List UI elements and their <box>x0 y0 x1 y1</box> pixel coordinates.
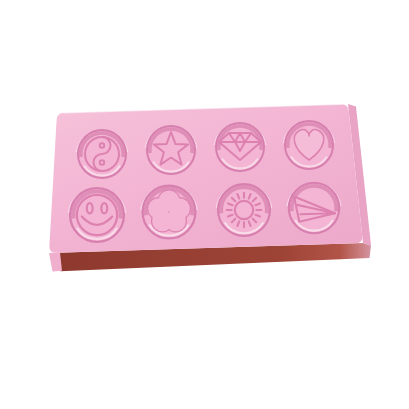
cavity-well <box>215 123 266 171</box>
cavity-star <box>146 126 197 174</box>
cavity-heart <box>284 121 335 169</box>
cavity-diamond <box>215 123 266 171</box>
cavity-flower <box>141 186 197 239</box>
cavity-smiley-face <box>68 188 125 242</box>
cavity-sun <box>216 184 271 236</box>
mold-illustration <box>0 0 409 409</box>
mold-left-end <box>49 253 62 272</box>
cavity-paper-plane <box>287 183 341 233</box>
cavity-yin-yang <box>77 130 128 178</box>
product-photo <box>0 0 409 409</box>
